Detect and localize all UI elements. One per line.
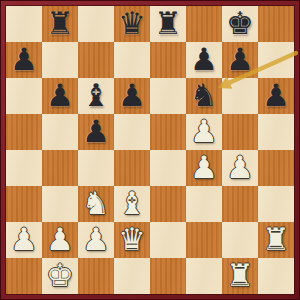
- square-g8[interactable]: ♚: [222, 6, 258, 42]
- square-c5[interactable]: ♟: [78, 114, 114, 150]
- square-g5[interactable]: [222, 114, 258, 150]
- white-queen: ♛: [118, 221, 146, 257]
- square-c8[interactable]: [78, 6, 114, 42]
- white-rook: ♜: [226, 257, 254, 293]
- square-g3[interactable]: [222, 186, 258, 222]
- white-pawn: ♟: [190, 149, 218, 185]
- chess-board-frame: ♜♛♜♚♟♟♟♟♝♟♞♟♟♟♟♟♞♝♟♟♟♛♜♚♜: [0, 0, 300, 300]
- square-h7[interactable]: [258, 42, 294, 78]
- square-e5[interactable]: [150, 114, 186, 150]
- square-a5[interactable]: [6, 114, 42, 150]
- black-pawn: ♟: [190, 41, 218, 77]
- white-pawn: ♟: [82, 221, 110, 257]
- square-c3[interactable]: ♞: [78, 186, 114, 222]
- square-a8[interactable]: [6, 6, 42, 42]
- square-e8[interactable]: ♜: [150, 6, 186, 42]
- square-d5[interactable]: [114, 114, 150, 150]
- white-king: ♚: [46, 257, 74, 293]
- square-g6[interactable]: [222, 78, 258, 114]
- black-rook: ♜: [154, 5, 182, 41]
- black-pawn: ♟: [262, 77, 290, 113]
- square-f6[interactable]: ♞: [186, 78, 222, 114]
- square-f8[interactable]: [186, 6, 222, 42]
- square-d4[interactable]: [114, 150, 150, 186]
- square-b6[interactable]: ♟: [42, 78, 78, 114]
- square-c6[interactable]: ♝: [78, 78, 114, 114]
- white-rook: ♜: [262, 221, 290, 257]
- square-a1[interactable]: [6, 258, 42, 294]
- square-b2[interactable]: ♟: [42, 222, 78, 258]
- white-pawn: ♟: [190, 113, 218, 149]
- square-b4[interactable]: [42, 150, 78, 186]
- square-b5[interactable]: [42, 114, 78, 150]
- square-c1[interactable]: [78, 258, 114, 294]
- square-b7[interactable]: [42, 42, 78, 78]
- square-h6[interactable]: ♟: [258, 78, 294, 114]
- square-e6[interactable]: [150, 78, 186, 114]
- square-h3[interactable]: [258, 186, 294, 222]
- square-c7[interactable]: [78, 42, 114, 78]
- square-d3[interactable]: ♝: [114, 186, 150, 222]
- white-pawn: ♟: [226, 149, 254, 185]
- square-d1[interactable]: [114, 258, 150, 294]
- square-c2[interactable]: ♟: [78, 222, 114, 258]
- square-f5[interactable]: ♟: [186, 114, 222, 150]
- square-e3[interactable]: [150, 186, 186, 222]
- square-f7[interactable]: ♟: [186, 42, 222, 78]
- square-d8[interactable]: ♛: [114, 6, 150, 42]
- square-h8[interactable]: [258, 6, 294, 42]
- square-a7[interactable]: ♟: [6, 42, 42, 78]
- square-e1[interactable]: [150, 258, 186, 294]
- chess-board: ♜♛♜♚♟♟♟♟♝♟♞♟♟♟♟♟♞♝♟♟♟♛♜♚♜: [6, 6, 294, 294]
- square-b1[interactable]: ♚: [42, 258, 78, 294]
- black-rook: ♜: [46, 5, 74, 41]
- black-queen: ♛: [118, 5, 146, 41]
- square-e2[interactable]: [150, 222, 186, 258]
- square-h1[interactable]: [258, 258, 294, 294]
- square-c4[interactable]: [78, 150, 114, 186]
- white-pawn: ♟: [10, 221, 38, 257]
- black-bishop: ♝: [82, 77, 110, 113]
- square-h4[interactable]: [258, 150, 294, 186]
- white-pawn: ♟: [46, 221, 74, 257]
- square-d6[interactable]: ♟: [114, 78, 150, 114]
- square-g1[interactable]: ♜: [222, 258, 258, 294]
- square-d7[interactable]: [114, 42, 150, 78]
- black-pawn: ♟: [46, 77, 74, 113]
- square-a2[interactable]: ♟: [6, 222, 42, 258]
- square-f4[interactable]: ♟: [186, 150, 222, 186]
- square-b8[interactable]: ♜: [42, 6, 78, 42]
- square-a3[interactable]: [6, 186, 42, 222]
- square-a4[interactable]: [6, 150, 42, 186]
- black-pawn: ♟: [10, 41, 38, 77]
- square-g2[interactable]: [222, 222, 258, 258]
- square-g7[interactable]: ♟: [222, 42, 258, 78]
- white-bishop: ♝: [118, 185, 146, 221]
- square-f2[interactable]: [186, 222, 222, 258]
- black-king: ♚: [226, 5, 254, 41]
- square-e4[interactable]: [150, 150, 186, 186]
- square-g4[interactable]: ♟: [222, 150, 258, 186]
- square-b3[interactable]: [42, 186, 78, 222]
- square-a6[interactable]: [6, 78, 42, 114]
- black-pawn: ♟: [82, 113, 110, 149]
- white-knight: ♞: [82, 185, 110, 221]
- square-h2[interactable]: ♜: [258, 222, 294, 258]
- black-knight: ♞: [190, 77, 218, 113]
- square-h5[interactable]: [258, 114, 294, 150]
- square-e7[interactable]: [150, 42, 186, 78]
- black-pawn: ♟: [118, 77, 146, 113]
- black-pawn: ♟: [226, 41, 254, 77]
- square-f1[interactable]: [186, 258, 222, 294]
- square-f3[interactable]: [186, 186, 222, 222]
- square-d2[interactable]: ♛: [114, 222, 150, 258]
